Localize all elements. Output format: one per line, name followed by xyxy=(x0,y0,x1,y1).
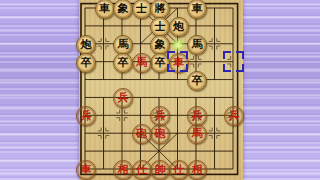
piece-red-elephant[interactable]: 相 xyxy=(113,160,133,180)
piece-black-chariot[interactable]: 車 xyxy=(95,0,115,19)
piece-red-cannon[interactable]: 砲 xyxy=(132,124,152,144)
piece-black-soldier[interactable]: 卒 xyxy=(113,53,133,73)
piece-black-soldier[interactable]: 卒 xyxy=(76,53,96,73)
piece-red-chariot[interactable]: 車 xyxy=(169,53,189,73)
piece-red-advisor[interactable]: 仕 xyxy=(132,160,152,180)
piece-red-general[interactable]: 帥 xyxy=(150,160,170,180)
piece-red-chariot[interactable]: 車 xyxy=(76,160,96,180)
piece-black-advisor[interactable]: 士 xyxy=(150,17,170,37)
piece-red-advisor[interactable]: 仕 xyxy=(169,160,189,180)
piece-black-advisor[interactable]: 士 xyxy=(132,0,152,19)
piece-black-soldier[interactable]: 卒 xyxy=(150,53,170,73)
piece-black-elephant[interactable]: 象 xyxy=(150,35,170,55)
piece-black-soldier[interactable]: 卒 xyxy=(187,71,207,91)
piece-black-horse[interactable]: 馬 xyxy=(187,35,207,55)
piece-black-elephant[interactable]: 象 xyxy=(113,0,133,19)
piece-black-cannon[interactable]: 炮 xyxy=(169,17,189,37)
piece-black-chariot[interactable]: 車 xyxy=(187,0,207,19)
app-background: 車象士將車士炮炮馬象馬卒卒卒卒馬車兵兵兵兵兵砲砲馬車相仕帥仕相 xyxy=(0,0,320,180)
piece-red-horse[interactable]: 馬 xyxy=(132,53,152,73)
piece-red-elephant[interactable]: 相 xyxy=(187,160,207,180)
piece-black-cannon[interactable]: 炮 xyxy=(76,35,96,55)
piece-black-horse[interactable]: 馬 xyxy=(113,35,133,55)
